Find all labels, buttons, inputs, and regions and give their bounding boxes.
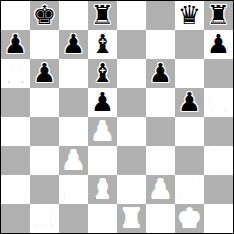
square-f7[interactable] <box>146 30 175 59</box>
square-a6[interactable]: ♝ <box>1 59 30 88</box>
square-h3[interactable]: ♟ <box>204 146 233 175</box>
square-g6[interactable] <box>175 59 204 88</box>
square-h4[interactable] <box>204 117 233 146</box>
black-king: ♚ <box>30 1 59 30</box>
square-b7[interactable] <box>30 30 59 59</box>
square-h2[interactable] <box>204 175 233 204</box>
square-e1[interactable]: ♜ <box>117 204 146 233</box>
black-pawn: ♟ <box>30 59 59 88</box>
square-e7[interactable] <box>117 30 146 59</box>
square-d1[interactable] <box>88 204 117 233</box>
black-pawn: ♟ <box>175 88 204 117</box>
square-h6[interactable] <box>204 59 233 88</box>
black-pawn: ♟ <box>88 88 117 117</box>
black-bishop: ♝ <box>88 30 117 59</box>
square-c7[interactable]: ♟ <box>59 30 88 59</box>
white-pawn: ♟ <box>204 146 233 175</box>
square-b5[interactable] <box>30 88 59 117</box>
white-pawn: ♟ <box>88 117 117 146</box>
square-b2[interactable] <box>30 175 59 204</box>
white-bishop: ♝ <box>88 175 117 204</box>
black-pawn: ♟ <box>204 30 233 59</box>
square-h8[interactable]: ♜ <box>204 1 233 30</box>
square-c1[interactable] <box>59 204 88 233</box>
square-d5[interactable]: ♟ <box>88 88 117 117</box>
square-c3[interactable]: ♟ <box>59 146 88 175</box>
black-pawn: ♟ <box>1 30 30 59</box>
square-a1[interactable] <box>1 204 30 233</box>
square-g5[interactable]: ♟ <box>175 88 204 117</box>
square-f4[interactable] <box>146 117 175 146</box>
chess-board: ♚♜♛♜♟♟♝♟♝♟♝♟♟♟♛♟♟♟♟♟♝♟♟♜♜♚ <box>0 0 234 234</box>
square-h7[interactable]: ♟ <box>204 30 233 59</box>
square-f6[interactable]: ♟ <box>146 59 175 88</box>
square-b4[interactable] <box>30 117 59 146</box>
white-pawn: ♟ <box>146 175 175 204</box>
square-g1[interactable]: ♚ <box>175 204 204 233</box>
square-f5[interactable] <box>146 88 175 117</box>
white-pawn: ♟ <box>59 146 88 175</box>
square-g8[interactable]: ♛ <box>175 1 204 30</box>
square-c2[interactable]: ♟ <box>59 175 88 204</box>
square-c5[interactable] <box>59 88 88 117</box>
square-f2[interactable]: ♟ <box>146 175 175 204</box>
square-b6[interactable]: ♟ <box>30 59 59 88</box>
square-c6[interactable] <box>59 59 88 88</box>
square-g4[interactable] <box>175 117 204 146</box>
white-king: ♚ <box>175 204 204 233</box>
square-e5[interactable] <box>117 88 146 117</box>
square-d4[interactable]: ♟ <box>88 117 117 146</box>
square-h5[interactable]: ♛ <box>204 88 233 117</box>
square-a5[interactable] <box>1 88 30 117</box>
square-b3[interactable] <box>30 146 59 175</box>
white-pawn: ♟ <box>1 175 30 204</box>
square-b1[interactable]: ♜ <box>30 204 59 233</box>
white-bishop: ♝ <box>1 59 30 88</box>
square-e8[interactable] <box>117 1 146 30</box>
square-f8[interactable] <box>146 1 175 30</box>
square-h1[interactable] <box>204 204 233 233</box>
square-f1[interactable] <box>146 204 175 233</box>
square-d2[interactable]: ♝ <box>88 175 117 204</box>
black-bishop: ♝ <box>88 59 117 88</box>
black-queen: ♛ <box>175 1 204 30</box>
white-queen: ♛ <box>204 88 233 117</box>
square-c8[interactable] <box>59 1 88 30</box>
square-a7[interactable]: ♟ <box>1 30 30 59</box>
square-d6[interactable]: ♝ <box>88 59 117 88</box>
square-d7[interactable]: ♝ <box>88 30 117 59</box>
black-pawn: ♟ <box>146 59 175 88</box>
square-a4[interactable] <box>1 117 30 146</box>
square-d3[interactable] <box>88 146 117 175</box>
square-g3[interactable] <box>175 146 204 175</box>
black-pawn: ♟ <box>59 30 88 59</box>
square-a2[interactable]: ♟ <box>1 175 30 204</box>
white-rook: ♜ <box>117 204 146 233</box>
square-f3[interactable] <box>146 146 175 175</box>
square-e4[interactable] <box>117 117 146 146</box>
square-b8[interactable]: ♚ <box>30 1 59 30</box>
square-e2[interactable] <box>117 175 146 204</box>
square-e6[interactable] <box>117 59 146 88</box>
black-rook: ♜ <box>88 1 117 30</box>
white-rook: ♜ <box>30 204 59 233</box>
square-d8[interactable]: ♜ <box>88 1 117 30</box>
square-a3[interactable] <box>1 146 30 175</box>
white-pawn: ♟ <box>59 175 88 204</box>
square-c4[interactable] <box>59 117 88 146</box>
white-pawn: ♟ <box>175 175 204 204</box>
black-rook: ♜ <box>204 1 233 30</box>
chess-diagram: ♚♜♛♜♟♟♝♟♝♟♝♟♟♟♛♟♟♟♟♟♝♟♟♜♜♚ <box>0 0 234 234</box>
square-g7[interactable] <box>175 30 204 59</box>
square-g2[interactable]: ♟ <box>175 175 204 204</box>
square-e3[interactable] <box>117 146 146 175</box>
square-a8[interactable] <box>1 1 30 30</box>
